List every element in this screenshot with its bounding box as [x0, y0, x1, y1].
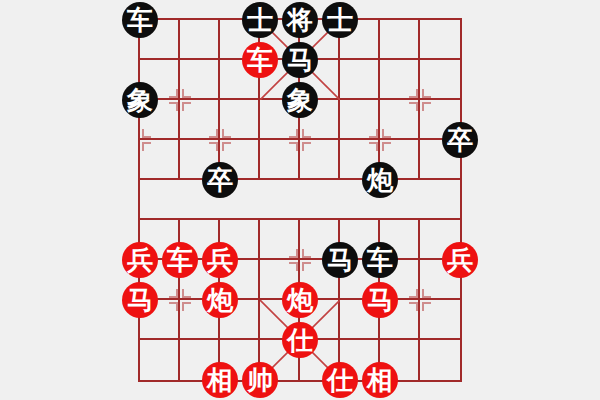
marker-bracket [209, 129, 218, 138]
piece-black-general[interactable]: 将 [282, 2, 318, 38]
piece-red-chariot[interactable]: 车 [242, 42, 278, 78]
river-cell [300, 180, 340, 220]
board-cell [340, 60, 380, 100]
marker-bracket [382, 142, 391, 151]
river-cell [260, 180, 300, 220]
marker-bracket [169, 302, 178, 311]
marker-bracket [302, 129, 311, 138]
point-marker [288, 128, 312, 152]
board-cell [420, 340, 460, 380]
board-cell [140, 340, 180, 380]
marker-bracket [169, 89, 178, 98]
piece-red-chariot[interactable]: 车 [162, 242, 198, 278]
marker-bracket [302, 262, 311, 271]
river-cell [140, 180, 180, 220]
piece-red-elephant[interactable]: 相 [202, 362, 238, 398]
marker-bracket [422, 289, 431, 298]
marker-bracket [182, 302, 191, 311]
piece-red-advisor[interactable]: 仕 [282, 322, 318, 358]
marker-bracket [422, 89, 431, 98]
piece-black-horse[interactable]: 马 [282, 42, 318, 78]
marker-bracket [182, 89, 191, 98]
marker-bracket [289, 249, 298, 258]
piece-red-advisor[interactable]: 仕 [322, 362, 358, 398]
piece-black-cannon[interactable]: 炮 [362, 162, 398, 198]
marker-bracket [209, 142, 218, 151]
marker-bracket [369, 142, 378, 151]
marker-bracket [182, 289, 191, 298]
piece-black-advisor[interactable]: 士 [242, 2, 278, 38]
board-cell [180, 20, 220, 60]
marker-bracket [409, 102, 418, 111]
piece-red-cannon[interactable]: 炮 [282, 282, 318, 318]
piece-red-horse[interactable]: 马 [122, 282, 158, 318]
piece-black-soldier[interactable]: 卒 [442, 122, 478, 158]
marker-bracket [169, 102, 178, 111]
marker-bracket [422, 302, 431, 311]
marker-bracket [302, 142, 311, 151]
piece-red-soldier[interactable]: 兵 [202, 242, 238, 278]
point-marker [408, 288, 432, 312]
board-cell [380, 20, 420, 60]
screenshot-root: 车士将士车马象象卒卒炮兵车兵马车兵马炮炮马仕相帅仕相 [0, 0, 600, 400]
piece-red-elephant[interactable]: 相 [362, 362, 398, 398]
piece-black-soldier[interactable]: 卒 [202, 162, 238, 198]
marker-bracket [422, 102, 431, 111]
piece-red-soldier[interactable]: 兵 [442, 242, 478, 278]
river-cell [420, 180, 460, 220]
point-marker [168, 288, 192, 312]
piece-black-chariot[interactable]: 车 [122, 2, 158, 38]
point-marker [168, 88, 192, 112]
piece-red-horse[interactable]: 马 [362, 282, 398, 318]
marker-bracket [289, 129, 298, 138]
point-marker [128, 128, 152, 152]
marker-bracket [302, 249, 311, 258]
point-marker [288, 248, 312, 272]
point-marker [368, 128, 392, 152]
piece-red-general[interactable]: 帅 [242, 362, 278, 398]
piece-black-elephant[interactable]: 象 [282, 82, 318, 118]
marker-bracket [142, 142, 151, 151]
marker-bracket [169, 289, 178, 298]
marker-bracket [409, 302, 418, 311]
marker-bracket [222, 129, 231, 138]
marker-bracket [222, 142, 231, 151]
marker-bracket [142, 129, 151, 138]
piece-black-advisor[interactable]: 士 [322, 2, 358, 38]
piece-red-soldier[interactable]: 兵 [122, 242, 158, 278]
marker-bracket [409, 289, 418, 298]
piece-red-cannon[interactable]: 炮 [202, 282, 238, 318]
piece-black-chariot[interactable]: 车 [362, 242, 398, 278]
xiangqi-board: 车士将士车马象象卒卒炮兵车兵马车兵马炮炮马仕相帅仕相 [138, 18, 462, 382]
marker-bracket [369, 129, 378, 138]
marker-bracket [289, 262, 298, 271]
piece-black-horse[interactable]: 马 [322, 242, 358, 278]
board-cell [420, 20, 460, 60]
marker-bracket [289, 142, 298, 151]
point-marker [408, 88, 432, 112]
marker-bracket [382, 129, 391, 138]
marker-bracket [409, 89, 418, 98]
piece-black-elephant[interactable]: 象 [122, 82, 158, 118]
point-marker [208, 128, 232, 152]
marker-bracket [182, 102, 191, 111]
